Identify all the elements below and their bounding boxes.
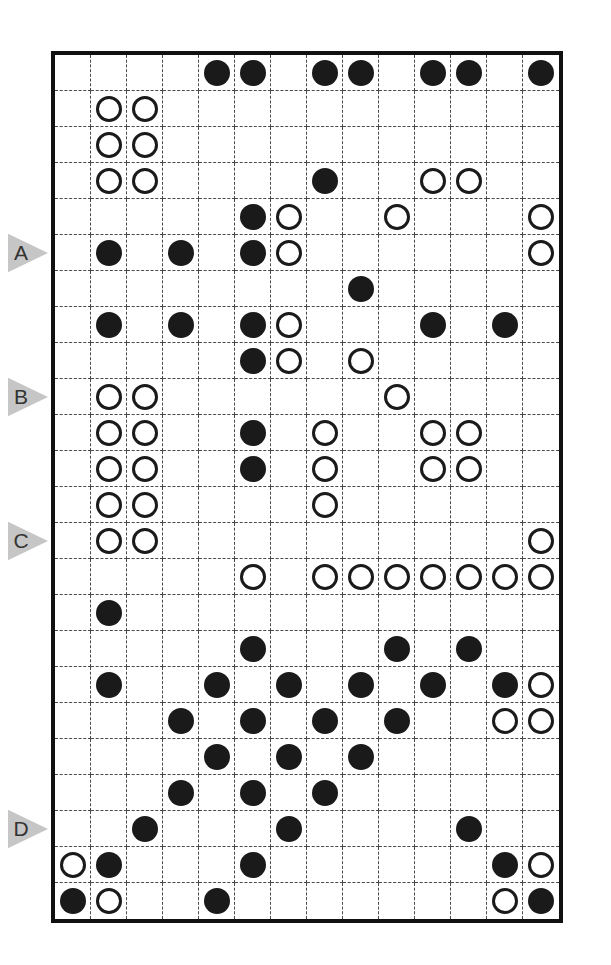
cell[interactable] <box>199 55 235 91</box>
cell[interactable] <box>307 127 343 163</box>
cell[interactable] <box>487 163 523 199</box>
cell[interactable] <box>343 847 379 883</box>
cell[interactable] <box>163 523 199 559</box>
cell[interactable] <box>127 199 163 235</box>
cell[interactable] <box>271 379 307 415</box>
cell[interactable] <box>91 811 127 847</box>
cell[interactable] <box>91 847 127 883</box>
cell[interactable] <box>127 775 163 811</box>
cell[interactable] <box>415 379 451 415</box>
cell[interactable] <box>271 667 307 703</box>
cell[interactable] <box>379 451 415 487</box>
cell[interactable] <box>307 379 343 415</box>
cell[interactable] <box>199 523 235 559</box>
cell[interactable] <box>379 883 415 919</box>
cell[interactable] <box>307 631 343 667</box>
cell[interactable] <box>487 379 523 415</box>
cell[interactable] <box>199 451 235 487</box>
cell[interactable] <box>379 55 415 91</box>
cell[interactable] <box>235 487 271 523</box>
cell[interactable] <box>451 415 487 451</box>
cell[interactable] <box>307 847 343 883</box>
cell[interactable] <box>55 487 91 523</box>
cell[interactable] <box>127 235 163 271</box>
cell[interactable] <box>55 415 91 451</box>
cell[interactable] <box>343 199 379 235</box>
cell[interactable] <box>55 703 91 739</box>
cell[interactable] <box>379 703 415 739</box>
cell[interactable] <box>235 415 271 451</box>
cell[interactable] <box>487 703 523 739</box>
cell[interactable] <box>235 595 271 631</box>
cell[interactable] <box>451 595 487 631</box>
cell[interactable] <box>55 55 91 91</box>
cell[interactable] <box>487 343 523 379</box>
cell[interactable] <box>199 811 235 847</box>
cell[interactable] <box>55 883 91 919</box>
cell[interactable] <box>307 703 343 739</box>
cell[interactable] <box>523 847 559 883</box>
cell[interactable] <box>271 559 307 595</box>
cell[interactable] <box>379 91 415 127</box>
cell[interactable] <box>379 811 415 847</box>
cell[interactable] <box>343 595 379 631</box>
cell[interactable] <box>163 163 199 199</box>
cell[interactable] <box>307 199 343 235</box>
cell[interactable] <box>487 811 523 847</box>
cell[interactable] <box>235 631 271 667</box>
cell[interactable] <box>55 667 91 703</box>
cell[interactable] <box>487 199 523 235</box>
cell[interactable] <box>235 883 271 919</box>
cell[interactable] <box>199 307 235 343</box>
cell[interactable] <box>523 523 559 559</box>
cell[interactable] <box>451 523 487 559</box>
cell[interactable] <box>199 631 235 667</box>
cell[interactable] <box>127 127 163 163</box>
cell[interactable] <box>523 55 559 91</box>
cell[interactable] <box>235 199 271 235</box>
cell[interactable] <box>343 883 379 919</box>
cell[interactable] <box>415 703 451 739</box>
cell[interactable] <box>307 55 343 91</box>
cell[interactable] <box>523 343 559 379</box>
cell[interactable] <box>415 199 451 235</box>
cell[interactable] <box>199 595 235 631</box>
cell[interactable] <box>523 595 559 631</box>
cell[interactable] <box>55 343 91 379</box>
cell[interactable] <box>451 451 487 487</box>
cell[interactable] <box>271 163 307 199</box>
cell[interactable] <box>379 847 415 883</box>
cell[interactable] <box>487 739 523 775</box>
cell[interactable] <box>271 631 307 667</box>
cell[interactable] <box>487 595 523 631</box>
cell[interactable] <box>523 703 559 739</box>
cell[interactable] <box>451 91 487 127</box>
cell[interactable] <box>271 775 307 811</box>
cell[interactable] <box>235 163 271 199</box>
cell[interactable] <box>415 847 451 883</box>
cell[interactable] <box>379 775 415 811</box>
cell[interactable] <box>487 523 523 559</box>
cell[interactable] <box>523 487 559 523</box>
cell[interactable] <box>307 235 343 271</box>
cell[interactable] <box>271 739 307 775</box>
cell[interactable] <box>487 883 523 919</box>
cell[interactable] <box>127 379 163 415</box>
cell[interactable] <box>451 847 487 883</box>
cell[interactable] <box>127 343 163 379</box>
cell[interactable] <box>307 739 343 775</box>
cell[interactable] <box>487 847 523 883</box>
cell[interactable] <box>523 271 559 307</box>
cell[interactable] <box>415 523 451 559</box>
cell[interactable] <box>343 343 379 379</box>
cell[interactable] <box>127 307 163 343</box>
cell[interactable] <box>163 235 199 271</box>
cell[interactable] <box>199 739 235 775</box>
cell[interactable] <box>523 451 559 487</box>
cell[interactable] <box>307 307 343 343</box>
cell[interactable] <box>163 307 199 343</box>
cell[interactable] <box>235 775 271 811</box>
cell[interactable] <box>163 451 199 487</box>
cell[interactable] <box>199 271 235 307</box>
cell[interactable] <box>415 343 451 379</box>
cell[interactable] <box>523 739 559 775</box>
cell[interactable] <box>487 559 523 595</box>
cell[interactable] <box>379 667 415 703</box>
cell[interactable] <box>415 739 451 775</box>
cell[interactable] <box>163 703 199 739</box>
cell[interactable] <box>163 271 199 307</box>
cell[interactable] <box>523 163 559 199</box>
cell[interactable] <box>55 271 91 307</box>
cell[interactable] <box>451 163 487 199</box>
cell[interactable] <box>271 307 307 343</box>
cell[interactable] <box>379 595 415 631</box>
cell[interactable] <box>343 559 379 595</box>
cell[interactable] <box>487 91 523 127</box>
cell[interactable] <box>91 595 127 631</box>
cell[interactable] <box>307 487 343 523</box>
cell[interactable] <box>343 775 379 811</box>
cell[interactable] <box>55 451 91 487</box>
cell[interactable] <box>271 883 307 919</box>
cell[interactable] <box>127 451 163 487</box>
cell[interactable] <box>523 631 559 667</box>
cell[interactable] <box>451 775 487 811</box>
cell[interactable] <box>523 127 559 163</box>
cell[interactable] <box>163 667 199 703</box>
cell[interactable] <box>199 559 235 595</box>
cell[interactable] <box>451 127 487 163</box>
cell[interactable] <box>343 415 379 451</box>
cell[interactable] <box>451 667 487 703</box>
cell[interactable] <box>163 487 199 523</box>
cell[interactable] <box>163 847 199 883</box>
cell[interactable] <box>271 343 307 379</box>
cell[interactable] <box>307 811 343 847</box>
cell[interactable] <box>451 739 487 775</box>
cell[interactable] <box>55 307 91 343</box>
cell[interactable] <box>487 415 523 451</box>
cell[interactable] <box>55 631 91 667</box>
cell[interactable] <box>451 55 487 91</box>
cell[interactable] <box>235 739 271 775</box>
cell[interactable] <box>307 271 343 307</box>
cell[interactable] <box>163 883 199 919</box>
cell[interactable] <box>271 55 307 91</box>
cell[interactable] <box>343 163 379 199</box>
cell[interactable] <box>451 631 487 667</box>
cell[interactable] <box>343 451 379 487</box>
cell[interactable] <box>523 559 559 595</box>
cell[interactable] <box>91 163 127 199</box>
cell[interactable] <box>379 523 415 559</box>
cell[interactable] <box>55 199 91 235</box>
cell[interactable] <box>235 559 271 595</box>
cell[interactable] <box>343 379 379 415</box>
cell[interactable] <box>415 451 451 487</box>
cell[interactable] <box>343 235 379 271</box>
cell[interactable] <box>415 163 451 199</box>
cell[interactable] <box>127 91 163 127</box>
cell[interactable] <box>91 739 127 775</box>
cell[interactable] <box>523 667 559 703</box>
cell[interactable] <box>199 883 235 919</box>
cell[interactable] <box>127 811 163 847</box>
cell[interactable] <box>523 199 559 235</box>
cell[interactable] <box>199 199 235 235</box>
cell[interactable] <box>379 163 415 199</box>
cell[interactable] <box>379 343 415 379</box>
cell[interactable] <box>379 739 415 775</box>
cell[interactable] <box>55 559 91 595</box>
cell[interactable] <box>127 631 163 667</box>
cell[interactable] <box>91 487 127 523</box>
cell[interactable] <box>307 451 343 487</box>
cell[interactable] <box>235 55 271 91</box>
cell[interactable] <box>451 883 487 919</box>
cell[interactable] <box>451 487 487 523</box>
cell[interactable] <box>235 847 271 883</box>
cell[interactable] <box>91 379 127 415</box>
cell[interactable] <box>163 199 199 235</box>
cell[interactable] <box>163 595 199 631</box>
cell[interactable] <box>127 703 163 739</box>
cell[interactable] <box>235 523 271 559</box>
cell[interactable] <box>199 775 235 811</box>
cell[interactable] <box>235 703 271 739</box>
cell[interactable] <box>379 127 415 163</box>
cell[interactable] <box>487 307 523 343</box>
cell[interactable] <box>379 487 415 523</box>
cell[interactable] <box>91 127 127 163</box>
cell[interactable] <box>307 343 343 379</box>
cell[interactable] <box>91 271 127 307</box>
cell[interactable] <box>127 739 163 775</box>
cell[interactable] <box>343 523 379 559</box>
cell[interactable] <box>379 199 415 235</box>
cell[interactable] <box>487 631 523 667</box>
cell[interactable] <box>55 127 91 163</box>
cell[interactable] <box>91 415 127 451</box>
cell[interactable] <box>199 235 235 271</box>
cell[interactable] <box>127 415 163 451</box>
cell[interactable] <box>235 379 271 415</box>
cell[interactable] <box>523 811 559 847</box>
cell[interactable] <box>127 487 163 523</box>
cell[interactable] <box>235 343 271 379</box>
cell[interactable] <box>271 487 307 523</box>
cell[interactable] <box>55 595 91 631</box>
cell[interactable] <box>415 883 451 919</box>
cell[interactable] <box>199 415 235 451</box>
cell[interactable] <box>379 631 415 667</box>
cell[interactable] <box>379 235 415 271</box>
cell[interactable] <box>379 271 415 307</box>
cell[interactable] <box>415 559 451 595</box>
cell[interactable] <box>451 379 487 415</box>
cell[interactable] <box>271 271 307 307</box>
cell[interactable] <box>451 199 487 235</box>
cell[interactable] <box>127 667 163 703</box>
cell[interactable] <box>199 343 235 379</box>
cell[interactable] <box>91 667 127 703</box>
cell[interactable] <box>523 235 559 271</box>
cell[interactable] <box>307 667 343 703</box>
cell[interactable] <box>199 91 235 127</box>
cell[interactable] <box>91 55 127 91</box>
cell[interactable] <box>415 55 451 91</box>
cell[interactable] <box>199 379 235 415</box>
cell[interactable] <box>55 523 91 559</box>
cell[interactable] <box>91 343 127 379</box>
cell[interactable] <box>163 343 199 379</box>
cell[interactable] <box>379 307 415 343</box>
cell[interactable] <box>235 307 271 343</box>
cell[interactable] <box>523 91 559 127</box>
cell[interactable] <box>163 775 199 811</box>
cell[interactable] <box>415 235 451 271</box>
cell[interactable] <box>451 271 487 307</box>
cell[interactable] <box>91 235 127 271</box>
cell[interactable] <box>343 487 379 523</box>
cell[interactable] <box>487 451 523 487</box>
cell[interactable] <box>271 91 307 127</box>
cell[interactable] <box>163 631 199 667</box>
cell[interactable] <box>271 847 307 883</box>
cell[interactable] <box>55 379 91 415</box>
cell[interactable] <box>163 559 199 595</box>
cell[interactable] <box>163 739 199 775</box>
cell[interactable] <box>127 883 163 919</box>
cell[interactable] <box>199 703 235 739</box>
cell[interactable] <box>451 307 487 343</box>
cell[interactable] <box>271 235 307 271</box>
cell[interactable] <box>451 811 487 847</box>
cell[interactable] <box>487 775 523 811</box>
cell[interactable] <box>163 127 199 163</box>
cell[interactable] <box>91 523 127 559</box>
cell[interactable] <box>91 775 127 811</box>
cell[interactable] <box>307 775 343 811</box>
cell[interactable] <box>415 487 451 523</box>
cell[interactable] <box>451 235 487 271</box>
cell[interactable] <box>487 55 523 91</box>
cell[interactable] <box>127 595 163 631</box>
cell[interactable] <box>415 667 451 703</box>
cell[interactable] <box>199 667 235 703</box>
cell[interactable] <box>235 235 271 271</box>
cell[interactable] <box>415 91 451 127</box>
cell[interactable] <box>235 667 271 703</box>
cell[interactable] <box>307 559 343 595</box>
cell[interactable] <box>55 739 91 775</box>
cell[interactable] <box>343 307 379 343</box>
cell[interactable] <box>415 307 451 343</box>
cell[interactable] <box>127 163 163 199</box>
cell[interactable] <box>235 91 271 127</box>
cell[interactable] <box>271 811 307 847</box>
cell[interactable] <box>343 667 379 703</box>
cell[interactable] <box>415 631 451 667</box>
cell[interactable] <box>163 379 199 415</box>
cell[interactable] <box>415 271 451 307</box>
cell[interactable] <box>379 559 415 595</box>
cell[interactable] <box>307 163 343 199</box>
cell[interactable] <box>163 55 199 91</box>
cell[interactable] <box>235 811 271 847</box>
cell[interactable] <box>487 235 523 271</box>
cell[interactable] <box>415 775 451 811</box>
cell[interactable] <box>91 631 127 667</box>
cell[interactable] <box>343 271 379 307</box>
cell[interactable] <box>343 631 379 667</box>
cell[interactable] <box>487 127 523 163</box>
cell[interactable] <box>235 271 271 307</box>
cell[interactable] <box>235 451 271 487</box>
cell[interactable] <box>271 451 307 487</box>
cell[interactable] <box>127 271 163 307</box>
cell[interactable] <box>199 163 235 199</box>
cell[interactable] <box>523 883 559 919</box>
cell[interactable] <box>91 451 127 487</box>
cell[interactable] <box>91 307 127 343</box>
cell[interactable] <box>127 55 163 91</box>
cell[interactable] <box>451 703 487 739</box>
cell[interactable] <box>55 91 91 127</box>
cell[interactable] <box>271 523 307 559</box>
cell[interactable] <box>307 415 343 451</box>
cell[interactable] <box>523 307 559 343</box>
cell[interactable] <box>451 343 487 379</box>
cell[interactable] <box>127 523 163 559</box>
cell[interactable] <box>55 775 91 811</box>
cell[interactable] <box>523 775 559 811</box>
cell[interactable] <box>415 415 451 451</box>
cell[interactable] <box>379 415 415 451</box>
cell[interactable] <box>307 91 343 127</box>
cell[interactable] <box>415 595 451 631</box>
cell[interactable] <box>343 811 379 847</box>
cell[interactable] <box>199 487 235 523</box>
cell[interactable] <box>91 703 127 739</box>
cell[interactable] <box>451 559 487 595</box>
cell[interactable] <box>55 235 91 271</box>
